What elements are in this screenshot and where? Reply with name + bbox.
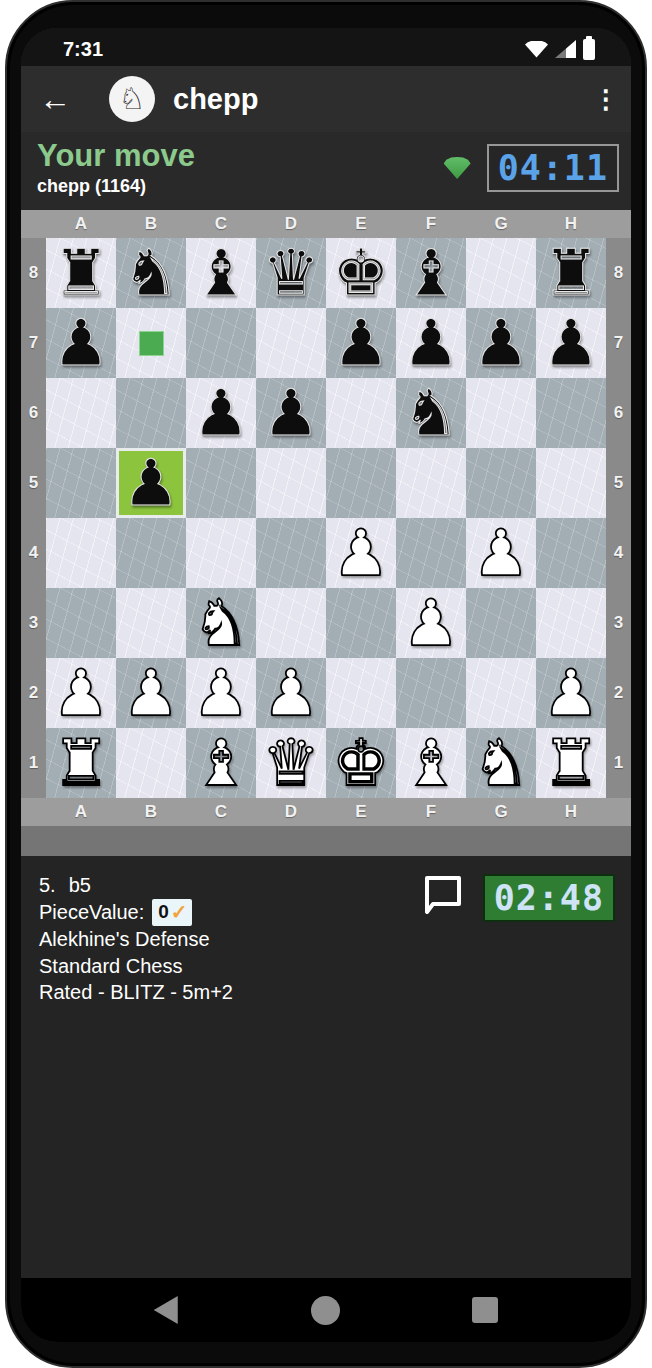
square-g8[interactable] [466,238,536,308]
square-b7[interactable] [116,308,186,378]
status-bar: 7:31 [21,28,631,66]
rank-label-1-left: 1 [21,728,46,798]
square-b2[interactable]: ♟ [116,658,186,728]
opening-name: Alekhine's Defense [39,926,421,953]
board-corner [21,798,46,826]
square-f7[interactable]: ♟ [396,308,466,378]
status-time: 7:31 [63,38,103,61]
phone-frame: 7:31 ← ♘ chepp ⋮ Your move chepp (1164) … [5,0,647,1368]
rank-label-4-right: 4 [606,518,631,588]
piece-white-pawn: ♟ [192,658,249,728]
overflow-menu-icon[interactable]: ⋮ [593,84,613,115]
square-d2[interactable]: ♟ [256,658,326,728]
piece-black-knight: ♞ [122,238,179,308]
square-a2[interactable]: ♟ [46,658,116,728]
square-b5[interactable]: ♟ [116,448,186,518]
square-h1[interactable]: ♜ [536,728,606,798]
piece-value: 0 [158,899,169,924]
square-h5[interactable] [536,448,606,518]
turn-label: Your move [37,139,195,173]
piece-white-bishop: ♝ [402,728,459,798]
board-corner [606,210,631,238]
piece-white-pawn: ♟ [402,588,459,658]
square-d5[interactable] [256,448,326,518]
square-g7[interactable]: ♟ [466,308,536,378]
piece-white-pawn: ♟ [52,658,109,728]
file-label-c-bottom: C [186,798,256,826]
nav-recents-icon[interactable] [472,1297,498,1323]
info-right: 02:48 [421,872,615,1006]
square-f1[interactable]: ♝ [396,728,466,798]
square-f6[interactable]: ♞ [396,378,466,448]
square-a3[interactable] [46,588,116,658]
piece-black-pawn: ♟ [402,308,459,378]
square-a6[interactable] [46,378,116,448]
player-clock: 02:48 [483,874,615,922]
piece-black-pawn: ♟ [262,378,319,448]
piece-white-knight: ♞ [472,728,529,798]
square-e6[interactable] [326,378,396,448]
square-g2[interactable] [466,658,536,728]
piece-black-pawn: ♟ [192,378,249,448]
info-panel: 5.b5 PieceValue: 0 ✓ Alekhine's Defense … [21,856,631,1016]
opponent-clock: 04:11 [487,144,619,192]
file-label-g-top: G [466,210,536,238]
game-info-text: 5.b5 PieceValue: 0 ✓ Alekhine's Defense … [39,872,421,1006]
rank-label-7-left: 7 [21,308,46,378]
piece-white-pawn: ♟ [472,518,529,588]
square-b4[interactable] [116,518,186,588]
rank-label-5-left: 5 [21,448,46,518]
board-frame: ABCDEFGH8♜♞♝♛♚♝♜87♟♟♟♟♟76♟♟♞65♟54♟♟43♞♟3… [21,210,631,826]
piece-white-pawn: ♟ [262,658,319,728]
square-c1[interactable]: ♝ [186,728,256,798]
square-d6[interactable]: ♟ [256,378,326,448]
signal-icon [555,40,576,58]
move-san: b5 [69,874,91,896]
file-label-a-top: A [46,210,116,238]
screen: 7:31 ← ♘ chepp ⋮ Your move chepp (1164) … [21,28,631,1342]
piece-black-knight: ♞ [402,378,459,448]
knight-avatar-icon: ♘ [119,84,146,114]
square-h8[interactable]: ♜ [536,238,606,308]
square-b1[interactable] [116,728,186,798]
square-h4[interactable] [536,518,606,588]
square-d1[interactable]: ♛ [256,728,326,798]
nav-back-icon[interactable] [154,1296,178,1324]
square-f8[interactable]: ♝ [396,238,466,308]
variant-name: Standard Chess [39,953,421,980]
rank-label-4-left: 4 [21,518,46,588]
board-corner [606,798,631,826]
square-g1[interactable]: ♞ [466,728,536,798]
piece-white-queen: ♛ [262,728,319,798]
piece-black-pawn: ♟ [122,448,179,518]
square-h6[interactable] [536,378,606,448]
game-type: Rated - BLITZ - 5m+2 [39,979,421,1006]
square-a8[interactable]: ♜ [46,238,116,308]
player-name: chepp (1164) [37,176,195,197]
rank-label-6-right: 6 [606,378,631,448]
square-c4[interactable] [186,518,256,588]
rank-label-6-left: 6 [21,378,46,448]
square-e8[interactable]: ♚ [326,238,396,308]
connection-gem-icon [444,157,471,179]
square-e5[interactable] [326,448,396,518]
square-f4[interactable] [396,518,466,588]
piece-white-rook: ♜ [52,728,109,798]
square-e4[interactable]: ♟ [326,518,396,588]
square-b6[interactable] [116,378,186,448]
piece-value-chip[interactable]: 0 ✓ [152,899,191,927]
page-title: chepp [173,83,593,116]
file-label-b-top: B [116,210,186,238]
square-g4[interactable]: ♟ [466,518,536,588]
square-f3[interactable]: ♟ [396,588,466,658]
piece-black-bishop: ♝ [402,238,459,308]
piece-white-king: ♚ [332,728,389,798]
file-label-d-bottom: D [256,798,326,826]
file-label-h-top: H [536,210,606,238]
piece-black-pawn: ♟ [52,308,109,378]
file-label-b-bottom: B [116,798,186,826]
square-h2[interactable]: ♟ [536,658,606,728]
square-d8[interactable]: ♛ [256,238,326,308]
square-g6[interactable] [466,378,536,448]
back-arrow-icon[interactable]: ← [39,83,83,115]
wifi-icon [525,41,548,58]
piece-black-pawn: ♟ [332,308,389,378]
square-h7[interactable]: ♟ [536,308,606,378]
piece-white-pawn: ♟ [122,658,179,728]
check-icon: ✓ [171,899,188,926]
app-bar: ← ♘ chepp ⋮ [21,66,631,132]
square-f2[interactable] [396,658,466,728]
rank-label-3-left: 3 [21,588,46,658]
square-a7[interactable]: ♟ [46,308,116,378]
rank-label-1-right: 1 [606,728,631,798]
square-g5[interactable] [466,448,536,518]
piece-black-rook: ♜ [542,238,599,308]
piece-black-pawn: ♟ [472,308,529,378]
chat-icon[interactable] [421,874,465,916]
square-h3[interactable] [536,588,606,658]
square-a1[interactable]: ♜ [46,728,116,798]
square-c3[interactable]: ♞ [186,588,256,658]
piece-black-king: ♚ [332,238,389,308]
file-label-e-bottom: E [326,798,396,826]
piece-white-knight: ♞ [192,588,249,658]
square-e2[interactable] [326,658,396,728]
file-label-d-top: D [256,210,326,238]
square-g3[interactable] [466,588,536,658]
square-b8[interactable]: ♞ [116,238,186,308]
piece-white-pawn: ♟ [542,658,599,728]
status-icons [525,39,595,60]
rank-label-2-right: 2 [606,658,631,728]
piece-value-label: PieceValue: [39,899,144,926]
file-label-f-bottom: F [396,798,466,826]
square-c8[interactable]: ♝ [186,238,256,308]
square-d7[interactable] [256,308,326,378]
rank-label-7-right: 7 [606,308,631,378]
rank-label-8-right: 8 [606,238,631,308]
piece-white-pawn: ♟ [332,518,389,588]
board-shadow-strip [21,826,631,856]
rank-label-3-right: 3 [606,588,631,658]
nav-bar [21,1278,631,1342]
piece-white-rook: ♜ [542,728,599,798]
square-c6[interactable]: ♟ [186,378,256,448]
square-e3[interactable] [326,588,396,658]
square-f5[interactable] [396,448,466,518]
nav-home-icon[interactable] [311,1296,340,1325]
avatar[interactable]: ♘ [109,76,155,122]
board-grid: ABCDEFGH8♜♞♝♛♚♝♜87♟♟♟♟♟76♟♟♞65♟54♟♟43♞♟3… [21,210,631,826]
square-b3[interactable] [116,588,186,658]
file-label-g-bottom: G [466,798,536,826]
piece-black-pawn: ♟ [542,308,599,378]
piece-black-bishop: ♝ [192,238,249,308]
piece-black-queen: ♛ [262,238,319,308]
piece-value-line: PieceValue: 0 ✓ [39,899,421,927]
rank-label-2-left: 2 [21,658,46,728]
turn-info: Your move chepp (1164) [37,139,195,196]
file-label-a-bottom: A [46,798,116,826]
square-c5[interactable] [186,448,256,518]
battery-icon [583,39,595,60]
move-number: 5. [39,874,56,896]
file-label-h-bottom: H [536,798,606,826]
file-label-f-top: F [396,210,466,238]
rank-label-5-right: 5 [606,448,631,518]
square-a4[interactable] [46,518,116,588]
opponent-clock-wrap: 04:11 [444,144,619,192]
piece-black-rook: ♜ [52,238,109,308]
piece-white-bishop: ♝ [192,728,249,798]
square-d3[interactable] [256,588,326,658]
last-move-origin-marker [139,331,164,356]
rank-label-8-left: 8 [21,238,46,308]
board-corner [21,210,46,238]
file-label-e-top: E [326,210,396,238]
square-c7[interactable] [186,308,256,378]
square-a5[interactable] [46,448,116,518]
move-status-row: Your move chepp (1164) 04:11 [21,132,631,210]
content-spacer [21,1016,631,1278]
square-e1[interactable]: ♚ [326,728,396,798]
square-c2[interactable]: ♟ [186,658,256,728]
square-d4[interactable] [256,518,326,588]
last-move-line: 5.b5 [39,872,421,899]
file-label-c-top: C [186,210,256,238]
square-e7[interactable]: ♟ [326,308,396,378]
